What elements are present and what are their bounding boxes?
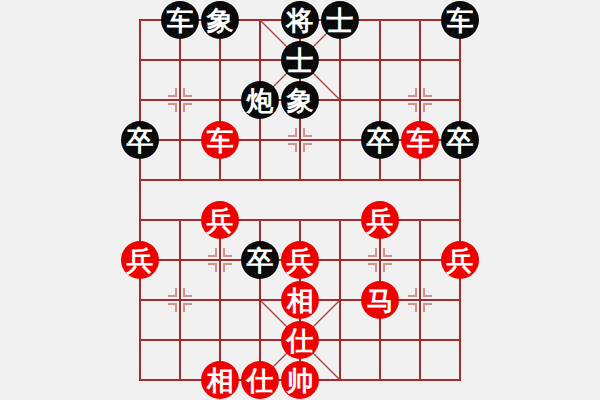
board-point-r8-c6[interactable] xyxy=(360,320,400,360)
board-point-r5-c4[interactable] xyxy=(280,200,320,240)
board-point-r9-c1[interactable] xyxy=(160,360,200,400)
board-point-r6-c8[interactable]: 兵 xyxy=(440,240,480,280)
xiangqi-board[interactable]: 车象将士车士炮象卒车卒车卒兵兵兵卒兵兵相马仕相仕帅 xyxy=(120,0,480,400)
board-point-r6-c6[interactable] xyxy=(360,240,400,280)
board-point-r3-c6[interactable]: 卒 xyxy=(360,120,400,160)
board-point-r0-c4[interactable]: 将 xyxy=(280,0,320,40)
board-point-r5-c1[interactable] xyxy=(160,200,200,240)
red-elephant[interactable]: 相 xyxy=(201,361,239,399)
board-point-r4-c0[interactable] xyxy=(120,160,160,200)
board-point-r9-c2[interactable]: 相 xyxy=(200,360,240,400)
board-point-r8-c8[interactable] xyxy=(440,320,480,360)
board-point-r0-c6[interactable] xyxy=(360,0,400,40)
red-elephant[interactable]: 相 xyxy=(281,281,319,319)
board-point-r3-c5[interactable] xyxy=(320,120,360,160)
red-horse[interactable]: 马 xyxy=(361,281,399,319)
board-point-r2-c1[interactable] xyxy=(160,80,200,120)
board-point-r6-c0[interactable]: 兵 xyxy=(120,240,160,280)
board-point-r5-c0[interactable] xyxy=(120,200,160,240)
board-point-r0-c1[interactable]: 车 xyxy=(160,0,200,40)
board-point-r6-c5[interactable] xyxy=(320,240,360,280)
board-point-r9-c4[interactable]: 帅 xyxy=(280,360,320,400)
black-elephant[interactable]: 象 xyxy=(201,1,239,39)
black-general[interactable]: 将 xyxy=(281,1,319,39)
board-point-r7-c2[interactable] xyxy=(200,280,240,320)
board-point-r3-c7[interactable]: 车 xyxy=(400,120,440,160)
board-point-r2-c4[interactable]: 象 xyxy=(280,80,320,120)
board-point-r9-c8[interactable] xyxy=(440,360,480,400)
board-point-r4-c2[interactable] xyxy=(200,160,240,200)
board-point-r1-c8[interactable] xyxy=(440,40,480,80)
board-point-r2-c7[interactable] xyxy=(400,80,440,120)
board-point-r1-c2[interactable] xyxy=(200,40,240,80)
black-advisor[interactable]: 士 xyxy=(281,41,319,79)
board-point-r5-c3[interactable] xyxy=(240,200,280,240)
board-point-r4-c3[interactable] xyxy=(240,160,280,200)
board-point-r3-c2[interactable]: 车 xyxy=(200,120,240,160)
board-point-r5-c5[interactable] xyxy=(320,200,360,240)
red-soldier[interactable]: 兵 xyxy=(201,201,239,239)
red-general[interactable]: 帅 xyxy=(281,361,319,399)
board-point-r1-c4[interactable]: 士 xyxy=(280,40,320,80)
board-point-r5-c8[interactable] xyxy=(440,200,480,240)
board-point-r0-c7[interactable] xyxy=(400,0,440,40)
board-point-r2-c5[interactable] xyxy=(320,80,360,120)
red-advisor[interactable]: 仕 xyxy=(241,361,279,399)
board-point-r5-c6[interactable]: 兵 xyxy=(360,200,400,240)
board-point-r7-c3[interactable] xyxy=(240,280,280,320)
board-point-r9-c7[interactable] xyxy=(400,360,440,400)
board-point-r8-c1[interactable] xyxy=(160,320,200,360)
board-point-r1-c1[interactable] xyxy=(160,40,200,80)
board-point-r6-c7[interactable] xyxy=(400,240,440,280)
board-point-r6-c2[interactable] xyxy=(200,240,240,280)
board-point-r2-c6[interactable] xyxy=(360,80,400,120)
board-point-r5-c7[interactable] xyxy=(400,200,440,240)
red-soldier[interactable]: 兵 xyxy=(361,201,399,239)
board-point-r7-c8[interactable] xyxy=(440,280,480,320)
board-point-r0-c3[interactable] xyxy=(240,0,280,40)
board-point-r0-c0[interactable] xyxy=(120,0,160,40)
board-point-r4-c7[interactable] xyxy=(400,160,440,200)
red-chariot[interactable]: 车 xyxy=(201,121,239,159)
black-chariot[interactable]: 车 xyxy=(441,1,479,39)
xiangqi-screenshot: 车象将士车士炮象卒车卒车卒兵兵兵卒兵兵相马仕相仕帅 xyxy=(0,0,600,400)
board-point-r8-c2[interactable] xyxy=(200,320,240,360)
board-point-r3-c0[interactable]: 卒 xyxy=(120,120,160,160)
board-point-r0-c8[interactable]: 车 xyxy=(440,0,480,40)
board-point-r7-c7[interactable] xyxy=(400,280,440,320)
board-point-r8-c5[interactable] xyxy=(320,320,360,360)
board-point-r2-c2[interactable] xyxy=(200,80,240,120)
black-cannon[interactable]: 炮 xyxy=(241,81,279,119)
board-point-r8-c0[interactable] xyxy=(120,320,160,360)
board-point-r1-c6[interactable] xyxy=(360,40,400,80)
black-soldier[interactable]: 卒 xyxy=(441,121,479,159)
board-point-r4-c5[interactable] xyxy=(320,160,360,200)
black-soldier[interactable]: 卒 xyxy=(121,121,159,159)
board-point-r7-c6[interactable]: 马 xyxy=(360,280,400,320)
board-point-r6-c4[interactable]: 兵 xyxy=(280,240,320,280)
board-point-r2-c3[interactable]: 炮 xyxy=(240,80,280,120)
board-point-r4-c1[interactable] xyxy=(160,160,200,200)
red-soldier[interactable]: 兵 xyxy=(121,241,159,279)
board-point-r6-c3[interactable]: 卒 xyxy=(240,240,280,280)
black-chariot[interactable]: 车 xyxy=(161,1,199,39)
red-advisor[interactable]: 仕 xyxy=(281,321,319,359)
board-point-r1-c3[interactable] xyxy=(240,40,280,80)
board-point-r7-c1[interactable] xyxy=(160,280,200,320)
board-point-r2-c0[interactable] xyxy=(120,80,160,120)
board-point-r0-c2[interactable]: 象 xyxy=(200,0,240,40)
black-advisor[interactable]: 士 xyxy=(321,1,359,39)
board-point-r6-c1[interactable] xyxy=(160,240,200,280)
board-point-r8-c4[interactable]: 仕 xyxy=(280,320,320,360)
board-point-r9-c0[interactable] xyxy=(120,360,160,400)
board-point-r4-c4[interactable] xyxy=(280,160,320,200)
board-point-r9-c6[interactable] xyxy=(360,360,400,400)
board-point-r1-c7[interactable] xyxy=(400,40,440,80)
board-point-r1-c5[interactable] xyxy=(320,40,360,80)
board-point-r9-c3[interactable]: 仕 xyxy=(240,360,280,400)
board-point-r7-c5[interactable] xyxy=(320,280,360,320)
board-point-r1-c0[interactable] xyxy=(120,40,160,80)
black-soldier[interactable]: 卒 xyxy=(361,121,399,159)
board-point-r4-c6[interactable] xyxy=(360,160,400,200)
red-soldier[interactable]: 兵 xyxy=(281,241,319,279)
black-elephant[interactable]: 象 xyxy=(281,81,319,119)
board-point-r3-c8[interactable]: 卒 xyxy=(440,120,480,160)
red-chariot[interactable]: 车 xyxy=(401,121,439,159)
board-point-r3-c1[interactable] xyxy=(160,120,200,160)
board-point-r9-c5[interactable] xyxy=(320,360,360,400)
board-point-r3-c4[interactable] xyxy=(280,120,320,160)
board-point-r8-c3[interactable] xyxy=(240,320,280,360)
board-point-r4-c8[interactable] xyxy=(440,160,480,200)
red-soldier[interactable]: 兵 xyxy=(441,241,479,279)
board-point-r7-c4[interactable]: 相 xyxy=(280,280,320,320)
board-point-r2-c8[interactable] xyxy=(440,80,480,120)
board-point-r0-c5[interactable]: 士 xyxy=(320,0,360,40)
board-point-r3-c3[interactable] xyxy=(240,120,280,160)
black-soldier[interactable]: 卒 xyxy=(241,241,279,279)
board-point-r8-c7[interactable] xyxy=(400,320,440,360)
board-point-r5-c2[interactable]: 兵 xyxy=(200,200,240,240)
board-point-r7-c0[interactable] xyxy=(120,280,160,320)
